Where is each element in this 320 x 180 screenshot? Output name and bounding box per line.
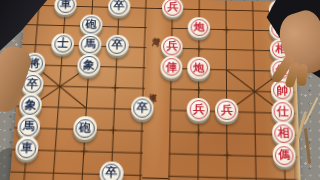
piece-glyph: 兵 <box>167 2 178 13</box>
piece-glyph: 卒 <box>26 78 38 90</box>
piece-glyph: 俥 <box>165 61 177 72</box>
right-player-hand <box>272 12 320 100</box>
piece-glyph: 馬 <box>84 39 96 50</box>
piece-black-soldier[interactable]: 卒 <box>108 0 131 17</box>
piece-red-soldier[interactable]: 兵 <box>187 98 210 121</box>
piece-black-chariot[interactable]: 車 <box>54 0 77 15</box>
piece-black-elephant[interactable]: 象 <box>18 94 43 117</box>
piece-glyph: 炮 <box>193 62 204 73</box>
piece-glyph: 砲 <box>79 122 91 134</box>
piece-black-advisor[interactable]: 士 <box>51 33 75 55</box>
piece-glyph: 象 <box>24 99 37 111</box>
piece-glyph: 兵 <box>193 104 205 116</box>
piece-glyph: 卒 <box>105 167 118 180</box>
point-marker <box>195 129 202 136</box>
piece-black-horse[interactable]: 馬 <box>78 34 101 56</box>
piece-glyph: 炮 <box>193 22 204 33</box>
point-marker <box>112 84 119 91</box>
piece-glyph: 馬 <box>22 121 35 133</box>
piece-black-chariot[interactable]: 車 <box>14 136 39 160</box>
piece-glyph: 相 <box>277 127 289 139</box>
piece-red-soldier[interactable]: 兵 <box>215 99 238 122</box>
point-marker <box>223 26 230 33</box>
point-marker <box>80 148 88 156</box>
piece-glyph: 仕 <box>277 106 289 118</box>
point-marker <box>196 46 203 53</box>
piece-red-cannon[interactable]: 炮 <box>188 17 210 39</box>
piece-glyph: 兵 <box>221 104 233 116</box>
piece-glyph: 士 <box>57 39 69 50</box>
wood-stick <box>304 97 319 125</box>
piece-glyph: 砲 <box>85 19 97 30</box>
point-marker <box>110 127 117 134</box>
piece-red-advisor[interactable]: 仕 <box>271 100 294 123</box>
river-band: 楚河 漢界 <box>142 8 172 179</box>
hand-finger <box>297 64 308 87</box>
piece-black-soldier[interactable]: 卒 <box>106 35 129 57</box>
piece-glyph: 卒 <box>111 40 123 51</box>
xiangqi-board: 楚河 漢界 車卒砲士馬卒將象卒象卒馬砲車卒兵炮兵俥炮兵兵俥傌相仕帥仕相傌 <box>9 0 300 180</box>
piece-glyph: 車 <box>60 0 72 10</box>
piece-glyph: 象 <box>83 59 95 70</box>
piece-black-cannon[interactable]: 砲 <box>73 116 97 140</box>
piece-black-horse[interactable]: 馬 <box>16 115 41 139</box>
point-marker <box>195 86 202 93</box>
piece-glyph: 卒 <box>136 102 148 114</box>
river-text-han-jie: 漢界 <box>149 86 157 91</box>
board-grid[interactable]: 楚河 漢界 車卒砲士馬卒將象卒象卒馬砲車卒兵炮兵俥炮兵兵俥傌相仕帥仕相傌 <box>9 0 300 180</box>
piece-red-cannon[interactable]: 炮 <box>188 57 210 79</box>
piece-black-elephant[interactable]: 象 <box>77 54 101 76</box>
piece-black-soldier[interactable]: 卒 <box>99 161 123 180</box>
piece-glyph: 兵 <box>166 41 177 52</box>
river-text-chu-he: 楚河 <box>152 31 160 36</box>
point-marker <box>223 152 230 160</box>
wood-stick <box>304 128 311 164</box>
piece-black-cannon[interactable]: 砲 <box>80 14 103 36</box>
street-xiangqi-photo: 楚河 漢界 車卒砲士馬卒將象卒象卒馬砲車卒兵炮兵俥炮兵兵俥傌相仕帥仕相傌 <box>0 0 320 180</box>
piece-red-horse[interactable]: 傌 <box>272 143 296 167</box>
piece-glyph: 車 <box>20 142 33 154</box>
piece-red-chariot[interactable]: 俥 <box>160 56 183 78</box>
piece-glyph: 傌 <box>278 149 290 161</box>
piece-glyph: 卒 <box>113 1 125 12</box>
piece-red-elephant[interactable]: 相 <box>272 122 296 146</box>
